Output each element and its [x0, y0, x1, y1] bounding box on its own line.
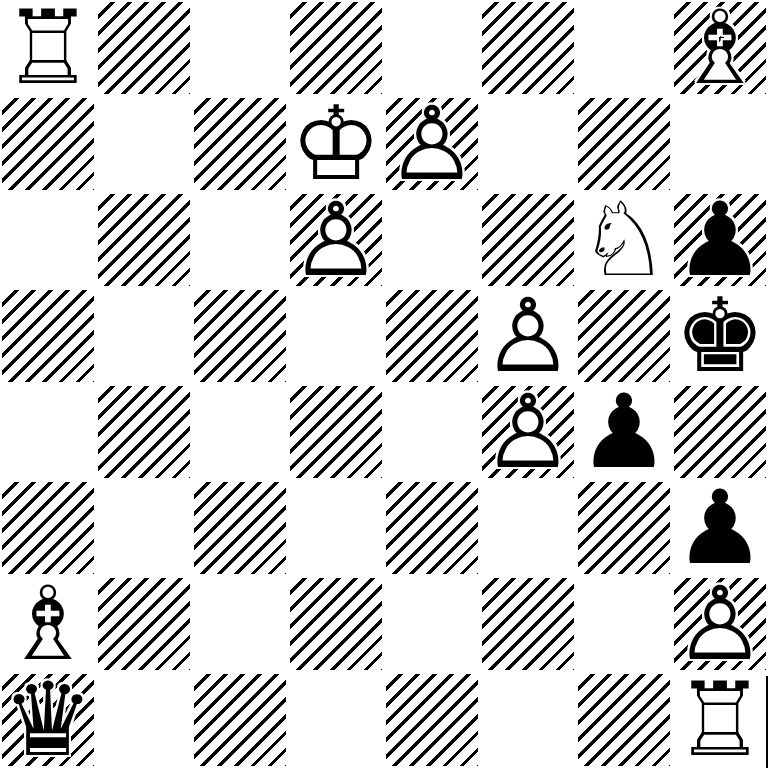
white-rook: ♜♖ [672, 672, 768, 768]
square-g5[interactable] [576, 288, 672, 384]
square-e3[interactable] [384, 480, 480, 576]
square-a6[interactable] [0, 192, 96, 288]
square-a1[interactable]: ♛ [0, 672, 96, 768]
square-c3[interactable] [192, 480, 288, 576]
square-h3[interactable]: ♟ [672, 480, 768, 576]
white-pawn: ♟♙ [480, 288, 576, 384]
square-g2[interactable] [576, 576, 672, 672]
square-d8[interactable] [288, 0, 384, 96]
square-a8[interactable]: ♜♖ [0, 0, 96, 96]
square-g8[interactable] [576, 0, 672, 96]
square-b2[interactable] [96, 576, 192, 672]
white-rook-glyph: ♖ [0, 0, 96, 96]
chess-board: ♜♖♝♗♚♔♟♙♟♙♞♘♟♟♙♚♟♙♟♟♝♗♟♙♛♜♖ [0, 0, 768, 768]
square-h4[interactable] [672, 384, 768, 480]
square-h5[interactable]: ♚ [672, 288, 768, 384]
square-a3[interactable] [0, 480, 96, 576]
black-pawn: ♟ [576, 384, 672, 480]
white-rook: ♜♖ [0, 0, 96, 96]
square-d7[interactable]: ♚♔ [288, 96, 384, 192]
white-pawn-fill: ♟ [480, 288, 576, 384]
square-d2[interactable] [288, 576, 384, 672]
square-g6[interactable]: ♞♘ [576, 192, 672, 288]
white-rook-fill: ♜ [0, 0, 96, 96]
square-f2[interactable] [480, 576, 576, 672]
square-e7[interactable]: ♟♙ [384, 96, 480, 192]
square-a4[interactable] [0, 384, 96, 480]
black-pawn-glyph: ♟ [674, 192, 766, 288]
square-f7[interactable] [480, 96, 576, 192]
white-knight-glyph: ♘ [576, 192, 672, 288]
square-e6[interactable] [384, 192, 480, 288]
white-pawn-glyph: ♙ [386, 96, 478, 192]
white-bishop-fill: ♝ [0, 576, 96, 672]
white-king: ♚♔ [288, 96, 384, 192]
square-g4[interactable]: ♟ [576, 384, 672, 480]
square-f8[interactable] [480, 0, 576, 96]
white-pawn-fill: ♟ [482, 384, 574, 480]
square-h8[interactable]: ♝♗ [672, 0, 768, 96]
white-pawn-fill: ♟ [674, 576, 766, 672]
black-pawn-glyph: ♟ [576, 384, 672, 480]
white-pawn-glyph: ♙ [674, 576, 766, 672]
black-queen-glyph: ♛ [2, 672, 94, 768]
square-h7[interactable] [672, 96, 768, 192]
square-e4[interactable] [384, 384, 480, 480]
square-a2[interactable]: ♝♗ [0, 576, 96, 672]
black-pawn: ♟ [672, 480, 768, 576]
square-d3[interactable] [288, 480, 384, 576]
white-knight-fill: ♞ [576, 192, 672, 288]
square-f6[interactable] [480, 192, 576, 288]
square-d1[interactable] [288, 672, 384, 768]
white-bishop-glyph: ♗ [674, 0, 766, 96]
square-d4[interactable] [288, 384, 384, 480]
square-e8[interactable] [384, 0, 480, 96]
white-rook-fill: ♜ [672, 672, 768, 768]
black-pawn: ♟ [674, 192, 766, 288]
square-g7[interactable] [576, 96, 672, 192]
square-f4[interactable]: ♟♙ [480, 384, 576, 480]
square-a7[interactable] [0, 96, 96, 192]
square-h6[interactable]: ♟ [672, 192, 768, 288]
square-c1[interactable] [192, 672, 288, 768]
square-b1[interactable] [96, 672, 192, 768]
square-c2[interactable] [192, 576, 288, 672]
white-king-glyph: ♔ [288, 96, 384, 192]
white-pawn: ♟♙ [674, 576, 766, 672]
white-rook-glyph: ♖ [672, 672, 768, 768]
white-bishop-glyph: ♗ [0, 576, 96, 672]
black-king-glyph: ♚ [672, 288, 768, 384]
square-c8[interactable] [192, 0, 288, 96]
square-c7[interactable] [192, 96, 288, 192]
white-pawn-fill: ♟ [290, 192, 382, 288]
square-d6[interactable]: ♟♙ [288, 192, 384, 288]
square-e2[interactable] [384, 576, 480, 672]
square-b3[interactable] [96, 480, 192, 576]
white-pawn: ♟♙ [482, 384, 574, 480]
square-g3[interactable] [576, 480, 672, 576]
square-h2[interactable]: ♟♙ [672, 576, 768, 672]
white-pawn: ♟♙ [290, 192, 382, 288]
white-pawn: ♟♙ [386, 96, 478, 192]
white-bishop: ♝♗ [0, 576, 96, 672]
square-g1[interactable] [576, 672, 672, 768]
square-h1[interactable]: ♜♖ [672, 672, 768, 768]
black-king: ♚ [672, 288, 768, 384]
square-b7[interactable] [96, 96, 192, 192]
white-king-fill: ♚ [288, 96, 384, 192]
white-pawn-glyph: ♙ [482, 384, 574, 480]
square-c4[interactable] [192, 384, 288, 480]
white-pawn-fill: ♟ [386, 96, 478, 192]
white-knight: ♞♘ [576, 192, 672, 288]
square-b8[interactable] [96, 0, 192, 96]
white-bishop: ♝♗ [674, 0, 766, 96]
white-pawn-glyph: ♙ [290, 192, 382, 288]
black-pawn-glyph: ♟ [672, 480, 768, 576]
white-pawn-glyph: ♙ [480, 288, 576, 384]
square-d5[interactable] [288, 288, 384, 384]
square-e5[interactable] [384, 288, 480, 384]
square-f1[interactable] [480, 672, 576, 768]
square-c6[interactable] [192, 192, 288, 288]
white-bishop-fill: ♝ [674, 0, 766, 96]
square-f5[interactable]: ♟♙ [480, 288, 576, 384]
square-b4[interactable] [96, 384, 192, 480]
black-queen: ♛ [2, 672, 94, 768]
square-c5[interactable] [192, 288, 288, 384]
square-a5[interactable] [0, 288, 96, 384]
square-f3[interactable] [480, 480, 576, 576]
square-b5[interactable] [96, 288, 192, 384]
square-e1[interactable] [384, 672, 480, 768]
square-b6[interactable] [96, 192, 192, 288]
